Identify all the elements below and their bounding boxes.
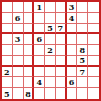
cell-r6c6-empty[interactable] xyxy=(56,56,67,67)
cell-r2c1-empty[interactable] xyxy=(2,13,13,24)
cell-r8c7-given[interactable]: 6 xyxy=(67,77,78,88)
cell-r7c9-empty[interactable] xyxy=(88,67,99,78)
cell-r9c2-empty[interactable] xyxy=(13,88,24,99)
cell-r1c2-empty[interactable] xyxy=(13,2,24,13)
cell-r3c8-empty[interactable] xyxy=(77,24,88,35)
cell-r8c4-given[interactable]: 4 xyxy=(34,77,45,88)
cell-r9c3-given[interactable]: 8 xyxy=(24,88,35,99)
cell-r7c7-empty[interactable] xyxy=(67,67,78,78)
cell-r5c4-empty[interactable] xyxy=(34,45,45,56)
cell-r5c8-given[interactable]: 8 xyxy=(77,45,88,56)
cell-r1c9-empty[interactable] xyxy=(88,2,99,13)
cell-r4c3-empty[interactable] xyxy=(24,34,35,45)
cell-r4c2-given[interactable]: 3 xyxy=(13,34,24,45)
cell-r4c1-empty[interactable] xyxy=(2,34,13,45)
cell-r8c1-empty[interactable] xyxy=(2,77,13,88)
cell-r3c6-given[interactable]: 7 xyxy=(56,24,67,35)
cell-r3c2-empty[interactable] xyxy=(13,24,24,35)
cell-r4c8-empty[interactable] xyxy=(77,34,88,45)
cell-r6c3-empty[interactable] xyxy=(24,56,35,67)
cell-r1c6-empty[interactable] xyxy=(56,2,67,13)
cell-r8c9-empty[interactable] xyxy=(88,77,99,88)
cell-r9c8-empty[interactable] xyxy=(77,88,88,99)
cell-r8c6-empty[interactable] xyxy=(56,77,67,88)
sudoku-board: 13645736285274658 xyxy=(0,0,101,101)
cell-r6c8-given[interactable]: 5 xyxy=(77,56,88,67)
cell-r5c2-empty[interactable] xyxy=(13,45,24,56)
cell-r1c7-given[interactable]: 3 xyxy=(67,2,78,13)
cell-r5c7-empty[interactable] xyxy=(67,45,78,56)
cell-r9c5-empty[interactable] xyxy=(45,88,56,99)
cell-r7c1-given[interactable]: 2 xyxy=(2,67,13,78)
cell-r3c9-empty[interactable] xyxy=(88,24,99,35)
cell-r1c1-empty[interactable] xyxy=(2,2,13,13)
cell-r7c2-empty[interactable] xyxy=(13,67,24,78)
cell-r9c9-empty[interactable] xyxy=(88,88,99,99)
cell-r5c3-empty[interactable] xyxy=(24,45,35,56)
cell-r7c8-given[interactable]: 7 xyxy=(77,67,88,78)
cell-r4c4-given[interactable]: 6 xyxy=(34,34,45,45)
cell-r2c2-given[interactable]: 6 xyxy=(13,13,24,24)
cell-r9c1-given[interactable]: 5 xyxy=(2,88,13,99)
cell-r9c4-empty[interactable] xyxy=(34,88,45,99)
cell-r8c2-empty[interactable] xyxy=(13,77,24,88)
cell-r1c3-empty[interactable] xyxy=(24,2,35,13)
cell-r3c3-empty[interactable] xyxy=(24,24,35,35)
cell-r2c4-empty[interactable] xyxy=(34,13,45,24)
cell-r9c6-empty[interactable] xyxy=(56,88,67,99)
cell-r5c6-empty[interactable] xyxy=(56,45,67,56)
cell-r2c7-given[interactable]: 4 xyxy=(67,13,78,24)
cell-r1c4-given[interactable]: 1 xyxy=(34,2,45,13)
cell-r7c4-empty[interactable] xyxy=(34,67,45,78)
cell-r2c8-empty[interactable] xyxy=(77,13,88,24)
cell-r6c9-empty[interactable] xyxy=(88,56,99,67)
cell-r5c5-given[interactable]: 2 xyxy=(45,45,56,56)
cell-r5c1-empty[interactable] xyxy=(2,45,13,56)
cell-r6c5-empty[interactable] xyxy=(45,56,56,67)
cell-r8c5-empty[interactable] xyxy=(45,77,56,88)
cell-r2c6-empty[interactable] xyxy=(56,13,67,24)
cell-r1c8-empty[interactable] xyxy=(77,2,88,13)
cell-r7c6-empty[interactable] xyxy=(56,67,67,78)
cell-r2c3-empty[interactable] xyxy=(24,13,35,24)
cell-r4c7-empty[interactable] xyxy=(67,34,78,45)
cell-r8c8-empty[interactable] xyxy=(77,77,88,88)
cell-r4c9-empty[interactable] xyxy=(88,34,99,45)
cell-r2c9-empty[interactable] xyxy=(88,13,99,24)
cell-r6c4-empty[interactable] xyxy=(34,56,45,67)
cell-r6c2-empty[interactable] xyxy=(13,56,24,67)
cell-r7c5-empty[interactable] xyxy=(45,67,56,78)
cell-r3c7-empty[interactable] xyxy=(67,24,78,35)
cell-r9c7-empty[interactable] xyxy=(67,88,78,99)
cell-r8c3-empty[interactable] xyxy=(24,77,35,88)
cell-r3c1-empty[interactable] xyxy=(2,24,13,35)
cell-r6c7-empty[interactable] xyxy=(67,56,78,67)
cell-r4c5-empty[interactable] xyxy=(45,34,56,45)
cell-r5c9-empty[interactable] xyxy=(88,45,99,56)
cell-r1c5-empty[interactable] xyxy=(45,2,56,13)
cell-r7c3-empty[interactable] xyxy=(24,67,35,78)
cell-r6c1-empty[interactable] xyxy=(2,56,13,67)
cell-r2c5-empty[interactable] xyxy=(45,13,56,24)
cell-r3c4-empty[interactable] xyxy=(34,24,45,35)
cell-r3c5-given[interactable]: 5 xyxy=(45,24,56,35)
cell-r4c6-empty[interactable] xyxy=(56,34,67,45)
